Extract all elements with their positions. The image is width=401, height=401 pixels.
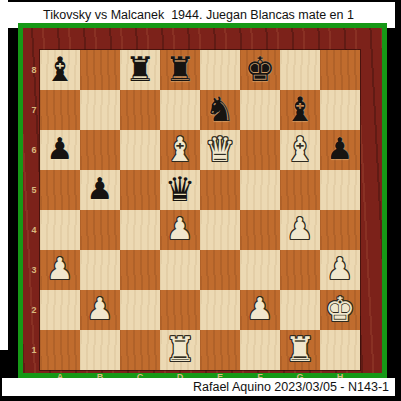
caption-bar: Rafael Aquino 2023/03/05 - N143-1 <box>2 378 395 396</box>
piece-white-pawn: ♟ <box>327 254 354 284</box>
square-h7 <box>320 90 360 130</box>
piece-black-queen: ♛ <box>165 172 195 206</box>
piece-white-bishop: ♝ <box>165 132 195 166</box>
square-h5 <box>320 170 360 210</box>
rank-label-7: 7 <box>28 90 40 130</box>
piece-white-rook: ♜ <box>285 332 315 366</box>
piece-black-knight: ♞ <box>205 92 235 126</box>
square-d8: ♜ <box>160 50 200 90</box>
piece-white-pawn: ♟ <box>167 214 194 244</box>
square-g2 <box>280 290 320 330</box>
square-h2: ♚ <box>320 290 360 330</box>
square-c1 <box>120 330 160 370</box>
piece-white-king: ♚ <box>325 292 355 326</box>
rank-label-3: 3 <box>28 250 40 290</box>
square-c8: ♜ <box>120 50 160 90</box>
square-d3 <box>160 250 200 290</box>
caption: Rafael Aquino 2023/03/05 - N143-1 <box>193 380 395 394</box>
square-d2 <box>160 290 200 330</box>
rank-labels: 87654321 <box>28 50 40 370</box>
piece-black-bishop: ♝ <box>285 92 315 126</box>
rank-label-5: 5 <box>28 170 40 210</box>
square-g3 <box>280 250 320 290</box>
square-g7: ♝ <box>280 90 320 130</box>
square-e7: ♞ <box>200 90 240 130</box>
square-b4 <box>80 210 120 250</box>
piece-white-rook: ♜ <box>165 332 195 366</box>
square-h1 <box>320 330 360 370</box>
square-e6: ♛ <box>200 130 240 170</box>
rank-label-4: 4 <box>28 210 40 250</box>
square-h3: ♟ <box>320 250 360 290</box>
square-a7 <box>40 90 80 130</box>
square-d5: ♛ <box>160 170 200 210</box>
right-gap <box>0 0 8 350</box>
square-a2 <box>40 290 80 330</box>
piece-black-pawn: ♟ <box>47 134 74 164</box>
piece-white-pawn: ♟ <box>247 294 274 324</box>
square-f5 <box>240 170 280 210</box>
square-c5 <box>120 170 160 210</box>
chess-board-frame: 87654321 ABCDEFGH ♝♜♜♚♞♝♟♝♛♝♟♟♛♟♟♟♟♟♟♚♜♜ <box>18 23 387 378</box>
piece-white-queen: ♛ <box>205 132 235 166</box>
square-a6: ♟ <box>40 130 80 170</box>
square-d7 <box>160 90 200 130</box>
square-b6 <box>80 130 120 170</box>
square-h6: ♟ <box>320 130 360 170</box>
rank-label-1: 1 <box>28 330 40 370</box>
square-c4 <box>120 210 160 250</box>
square-f4 <box>240 210 280 250</box>
square-c7 <box>120 90 160 130</box>
square-a5 <box>40 170 80 210</box>
piece-white-pawn: ♟ <box>287 214 314 244</box>
square-e8 <box>200 50 240 90</box>
square-b3 <box>80 250 120 290</box>
wood-frame: 87654321 ABCDEFGH ♝♜♜♚♞♝♟♝♛♝♟♟♛♟♟♟♟♟♟♚♜♜ <box>23 28 382 373</box>
rank-label-2: 2 <box>28 290 40 330</box>
square-b7 <box>80 90 120 130</box>
square-b2: ♟ <box>80 290 120 330</box>
piece-black-rook: ♜ <box>125 52 155 86</box>
piece-white-bishop: ♝ <box>285 132 315 166</box>
square-c2 <box>120 290 160 330</box>
piece-black-bishop: ♝ <box>45 52 75 86</box>
square-a8: ♝ <box>40 50 80 90</box>
square-c6 <box>120 130 160 170</box>
piece-black-pawn: ♟ <box>87 174 114 204</box>
square-g1: ♜ <box>280 330 320 370</box>
square-e5 <box>200 170 240 210</box>
piece-white-pawn: ♟ <box>47 254 74 284</box>
rank-label-6: 6 <box>28 130 40 170</box>
square-b1 <box>80 330 120 370</box>
piece-black-king: ♚ <box>245 52 275 86</box>
square-a3: ♟ <box>40 250 80 290</box>
square-a1 <box>40 330 80 370</box>
square-d4: ♟ <box>160 210 200 250</box>
square-g6: ♝ <box>280 130 320 170</box>
square-g8 <box>280 50 320 90</box>
square-e1 <box>200 330 240 370</box>
square-f3 <box>240 250 280 290</box>
square-g5 <box>280 170 320 210</box>
rank-label-8: 8 <box>28 50 40 90</box>
page: { "game": "chess", "title": "Tikovsky vs… <box>0 0 401 401</box>
piece-black-rook: ♜ <box>165 52 195 86</box>
square-d1: ♜ <box>160 330 200 370</box>
square-e2 <box>200 290 240 330</box>
square-f2: ♟ <box>240 290 280 330</box>
square-e3 <box>200 250 240 290</box>
page-title: Tikovsky vs Malcanek 1944. Juegan Blanca… <box>43 8 354 22</box>
square-h4 <box>320 210 360 250</box>
square-a4 <box>40 210 80 250</box>
square-f6 <box>240 130 280 170</box>
square-b8 <box>80 50 120 90</box>
square-d6: ♝ <box>160 130 200 170</box>
square-f7 <box>240 90 280 130</box>
piece-white-pawn: ♟ <box>87 294 114 324</box>
square-c3 <box>120 250 160 290</box>
chess-board: ♝♜♜♚♞♝♟♝♛♝♟♟♛♟♟♟♟♟♟♚♜♜ <box>40 50 360 370</box>
square-h8 <box>320 50 360 90</box>
square-b5: ♟ <box>80 170 120 210</box>
square-e4 <box>200 210 240 250</box>
piece-black-pawn: ♟ <box>327 134 354 164</box>
square-f1 <box>240 330 280 370</box>
square-f8: ♚ <box>240 50 280 90</box>
square-g4: ♟ <box>280 210 320 250</box>
